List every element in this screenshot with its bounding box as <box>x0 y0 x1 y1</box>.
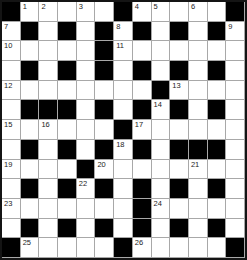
clue-number-12: 12 <box>4 81 12 90</box>
cell-r6c2[interactable]: 16 <box>39 120 58 140</box>
black-cell-r5c5 <box>95 100 114 120</box>
cell-r0c7[interactable]: 4 <box>133 2 152 22</box>
cell-r0c8[interactable]: 5 <box>152 2 171 22</box>
black-cell-r5c3 <box>58 100 77 120</box>
clue-number-1: 1 <box>23 2 27 11</box>
clue-number-22: 22 <box>79 179 87 188</box>
cell-r10c12[interactable] <box>226 199 245 219</box>
clue-number-8: 8 <box>116 22 120 31</box>
black-cell-r9c9 <box>170 179 189 199</box>
cell-r3c6[interactable] <box>114 61 133 81</box>
cell-r2c10[interactable] <box>189 41 208 61</box>
cell-r10c11[interactable] <box>208 199 227 219</box>
cell-r2c8[interactable] <box>152 41 171 61</box>
clue-number-24: 24 <box>154 199 162 208</box>
clue-number-6: 6 <box>191 2 195 11</box>
cell-r2c0[interactable]: 10 <box>2 41 21 61</box>
black-cell-r0c12 <box>226 2 245 22</box>
cell-r4c6[interactable] <box>114 81 133 101</box>
cell-r1c2[interactable] <box>39 22 58 42</box>
cell-r9c0[interactable] <box>2 179 21 199</box>
cell-r0c10[interactable]: 6 <box>189 2 208 22</box>
black-cell-r7c9 <box>170 140 189 160</box>
clue-number-4: 4 <box>135 2 139 11</box>
cell-r2c11[interactable] <box>208 41 227 61</box>
cell-r10c5[interactable] <box>95 199 114 219</box>
black-cell-r10c7 <box>133 199 152 219</box>
cell-r8c1[interactable] <box>21 160 40 180</box>
cell-r5c6[interactable] <box>114 100 133 120</box>
cell-r4c4[interactable] <box>77 81 96 101</box>
cell-r1c10[interactable] <box>189 22 208 42</box>
cell-r10c3[interactable] <box>58 199 77 219</box>
cell-r7c6[interactable]: 18 <box>114 140 133 160</box>
cell-r9c2[interactable] <box>39 179 58 199</box>
cell-r2c1[interactable] <box>21 41 40 61</box>
black-cell-r6c6 <box>114 120 133 140</box>
black-cell-r1c3 <box>58 22 77 42</box>
black-cell-r1c9 <box>170 22 189 42</box>
clue-number-25: 25 <box>23 238 31 247</box>
cell-r12c10[interactable] <box>189 238 208 258</box>
cell-r0c4[interactable]: 3 <box>77 2 96 22</box>
cell-r3c8[interactable] <box>152 61 171 81</box>
black-cell-r3c9 <box>170 61 189 81</box>
crossword-grid: 1234567891011121314151617181920212223242… <box>0 0 247 260</box>
cell-r11c12[interactable] <box>226 219 245 239</box>
cell-r1c0[interactable]: 7 <box>2 22 21 42</box>
cell-r6c11[interactable] <box>208 120 227 140</box>
clue-number-23: 23 <box>4 199 12 208</box>
black-cell-r1c5 <box>95 22 114 42</box>
black-cell-r12c12 <box>226 238 245 258</box>
cell-r6c0[interactable]: 15 <box>2 120 21 140</box>
cell-r8c2[interactable] <box>39 160 58 180</box>
clue-number-17: 17 <box>135 120 143 129</box>
black-cell-r11c3 <box>58 219 77 239</box>
cell-r6c8[interactable] <box>152 120 171 140</box>
black-cell-r5c11 <box>208 100 227 120</box>
cell-r3c2[interactable] <box>39 61 58 81</box>
cell-r9c6[interactable] <box>114 179 133 199</box>
cell-r11c10[interactable] <box>189 219 208 239</box>
clue-number-16: 16 <box>41 120 49 129</box>
black-cell-r1c1 <box>21 22 40 42</box>
cell-r12c11[interactable] <box>208 238 227 258</box>
cell-r10c1[interactable] <box>21 199 40 219</box>
cell-r6c5[interactable] <box>95 120 114 140</box>
cell-r12c5[interactable] <box>95 238 114 258</box>
clue-number-18: 18 <box>116 140 124 149</box>
crossword-board: 1234567891011121314151617181920212223242… <box>0 0 247 260</box>
cell-r6c3[interactable] <box>58 120 77 140</box>
black-cell-r12c6 <box>114 238 133 258</box>
black-cell-r1c7 <box>133 22 152 42</box>
black-cell-r7c1 <box>21 140 40 160</box>
black-cell-r2c5 <box>95 41 114 61</box>
black-cell-r9c11 <box>208 179 227 199</box>
cell-r11c8[interactable] <box>152 219 171 239</box>
black-cell-r0c6 <box>114 2 133 22</box>
black-cell-r3c1 <box>21 61 40 81</box>
black-cell-r11c11 <box>208 219 227 239</box>
cell-r3c0[interactable] <box>2 61 21 81</box>
cell-r0c9[interactable] <box>170 2 189 22</box>
black-cell-r9c1 <box>21 179 40 199</box>
cell-r3c12[interactable] <box>226 61 245 81</box>
cell-r9c10[interactable] <box>189 179 208 199</box>
cell-r4c5[interactable] <box>95 81 114 101</box>
black-cell-r3c5 <box>95 61 114 81</box>
cell-r4c1[interactable] <box>21 81 40 101</box>
black-cell-r1c11 <box>208 22 227 42</box>
cell-r5c4[interactable] <box>77 100 96 120</box>
cell-r12c7[interactable]: 26 <box>133 238 152 258</box>
black-cell-r7c3 <box>58 140 77 160</box>
cell-r5c10[interactable] <box>189 100 208 120</box>
black-cell-r5c7 <box>133 100 152 120</box>
cell-r8c5[interactable]: 20 <box>95 160 114 180</box>
cell-r1c8[interactable] <box>152 22 171 42</box>
cell-r6c1[interactable] <box>21 120 40 140</box>
cell-r5c0[interactable] <box>2 100 21 120</box>
cell-r9c4[interactable]: 22 <box>77 179 96 199</box>
cell-r2c9[interactable] <box>170 41 189 61</box>
cell-r8c0[interactable]: 19 <box>2 160 21 180</box>
cell-r10c6[interactable] <box>114 199 133 219</box>
cell-r11c2[interactable] <box>39 219 58 239</box>
cell-r1c4[interactable] <box>77 22 96 42</box>
cell-r2c12[interactable] <box>226 41 245 61</box>
cell-r7c8[interactable] <box>152 140 171 160</box>
black-cell-r3c11 <box>208 61 227 81</box>
cell-r8c3[interactable] <box>58 160 77 180</box>
cell-r4c2[interactable] <box>39 81 58 101</box>
clue-number-2: 2 <box>41 2 45 11</box>
cell-r0c5[interactable] <box>95 2 114 22</box>
clue-number-9: 9 <box>228 22 232 31</box>
cell-r12c8[interactable] <box>152 238 171 258</box>
cell-r2c2[interactable] <box>39 41 58 61</box>
cell-r5c8[interactable]: 14 <box>152 100 171 120</box>
cell-r2c6[interactable]: 11 <box>114 41 133 61</box>
black-cell-r0c0 <box>2 2 21 22</box>
cell-r10c10[interactable] <box>189 199 208 219</box>
black-cell-r12c0 <box>2 238 21 258</box>
cell-r11c4[interactable] <box>77 219 96 239</box>
clue-number-5: 5 <box>154 2 158 11</box>
cell-r6c7[interactable]: 17 <box>133 120 152 140</box>
black-cell-r11c7 <box>133 219 152 239</box>
cell-r4c3[interactable] <box>58 81 77 101</box>
cell-r12c1[interactable]: 25 <box>21 238 40 258</box>
cell-r9c12[interactable] <box>226 179 245 199</box>
cell-r6c4[interactable] <box>77 120 96 140</box>
black-cell-r9c7 <box>133 179 152 199</box>
cell-r8c9[interactable] <box>170 160 189 180</box>
cell-r10c0[interactable]: 23 <box>2 199 21 219</box>
cell-r0c11[interactable] <box>208 2 227 22</box>
cell-r12c3[interactable] <box>58 238 77 258</box>
cell-r6c12[interactable] <box>226 120 245 140</box>
cell-r3c10[interactable] <box>189 61 208 81</box>
cell-r9c8[interactable] <box>152 179 171 199</box>
black-cell-r3c7 <box>133 61 152 81</box>
cell-r10c9[interactable] <box>170 199 189 219</box>
cell-r4c0[interactable]: 12 <box>2 81 21 101</box>
black-cell-r11c1 <box>21 219 40 239</box>
black-cell-r3c3 <box>58 61 77 81</box>
cell-r6c9[interactable] <box>170 120 189 140</box>
clue-number-20: 20 <box>97 160 105 169</box>
cell-r7c12[interactable] <box>226 140 245 160</box>
black-cell-r4c8 <box>152 81 171 101</box>
black-cell-r7c10 <box>189 140 208 160</box>
black-cell-r5c2 <box>39 100 58 120</box>
black-cell-r11c5 <box>95 219 114 239</box>
cell-r10c2[interactable] <box>39 199 58 219</box>
black-cell-r11c9 <box>170 219 189 239</box>
black-cell-r5c1 <box>21 100 40 120</box>
cell-r4c10[interactable] <box>189 81 208 101</box>
cell-r4c12[interactable] <box>226 81 245 101</box>
cell-r4c11[interactable] <box>208 81 227 101</box>
black-cell-r7c7 <box>133 140 152 160</box>
cell-r11c6[interactable] <box>114 219 133 239</box>
clue-number-19: 19 <box>4 160 12 169</box>
cell-r7c2[interactable] <box>39 140 58 160</box>
cell-r0c1[interactable]: 1 <box>21 2 40 22</box>
clue-number-11: 11 <box>116 41 124 50</box>
cell-r4c7[interactable] <box>133 81 152 101</box>
clue-number-7: 7 <box>4 22 8 31</box>
cell-r2c3[interactable] <box>58 41 77 61</box>
clue-number-3: 3 <box>79 2 83 11</box>
clue-number-13: 13 <box>172 81 180 90</box>
cell-r6c10[interactable] <box>189 120 208 140</box>
cell-r0c2[interactable]: 2 <box>39 2 58 22</box>
cell-r1c12[interactable]: 9 <box>226 22 245 42</box>
black-cell-r5c9 <box>170 100 189 120</box>
cell-r2c4[interactable] <box>77 41 96 61</box>
cell-r10c4[interactable] <box>77 199 96 219</box>
cell-r8c6[interactable] <box>114 160 133 180</box>
cell-r8c11[interactable] <box>208 160 227 180</box>
clue-number-26: 26 <box>135 238 143 247</box>
cell-r8c10[interactable]: 21 <box>189 160 208 180</box>
cell-r10c8[interactable]: 24 <box>152 199 171 219</box>
cell-r12c2[interactable] <box>39 238 58 258</box>
cell-r12c9[interactable] <box>170 238 189 258</box>
cell-r4c9[interactable]: 13 <box>170 81 189 101</box>
clue-number-15: 15 <box>4 120 12 129</box>
black-cell-r8c4 <box>77 160 96 180</box>
cell-r2c7[interactable] <box>133 41 152 61</box>
clue-number-21: 21 <box>191 160 199 169</box>
cell-r7c0[interactable] <box>2 140 21 160</box>
black-cell-r7c5 <box>95 140 114 160</box>
clue-number-10: 10 <box>4 41 12 50</box>
cell-r8c7[interactable] <box>133 160 152 180</box>
cell-r8c12[interactable] <box>226 160 245 180</box>
black-cell-r9c5 <box>95 179 114 199</box>
cell-r8c8[interactable] <box>152 160 171 180</box>
cell-r3c4[interactable] <box>77 61 96 81</box>
black-cell-r9c3 <box>58 179 77 199</box>
cell-r7c4[interactable] <box>77 140 96 160</box>
cell-r12c4[interactable] <box>77 238 96 258</box>
clue-number-14: 14 <box>154 100 162 109</box>
cell-r5c12[interactable] <box>226 100 245 120</box>
black-cell-r7c11 <box>208 140 227 160</box>
cell-r0c3[interactable] <box>58 2 77 22</box>
cell-r11c0[interactable] <box>2 219 21 239</box>
cell-r1c6[interactable]: 8 <box>114 22 133 42</box>
